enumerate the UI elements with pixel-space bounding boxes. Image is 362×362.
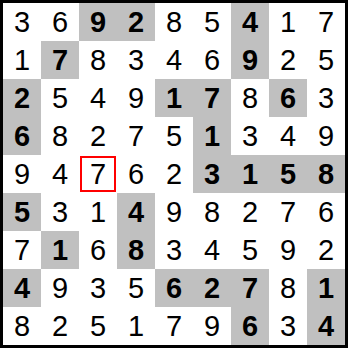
cell-r3c7[interactable]: 8 <box>231 79 270 120</box>
cell-r2c4[interactable]: 3 <box>117 41 156 80</box>
sudoku-board: 3692854171783469252549178636827513499476… <box>0 0 348 348</box>
cell-r5c4[interactable]: 6 <box>117 155 156 194</box>
cell-r6c5[interactable]: 9 <box>155 193 194 234</box>
cell-r9c7-given: 6 <box>231 307 270 345</box>
cell-r3c2[interactable]: 5 <box>41 79 80 120</box>
cell-r4c3[interactable]: 2 <box>79 117 120 156</box>
cell-r3c1-given: 2 <box>3 79 42 120</box>
cell-r4c5[interactable]: 5 <box>155 117 194 156</box>
cell-r9c1[interactable]: 8 <box>3 307 42 345</box>
cell-r3c5-given: 1 <box>155 79 194 120</box>
cell-r8c6-given: 2 <box>193 269 234 308</box>
cell-r6c8[interactable]: 7 <box>269 193 308 234</box>
cell-r3c4[interactable]: 9 <box>117 79 156 120</box>
cell-r4c7[interactable]: 3 <box>231 117 270 156</box>
cell-r9c8[interactable]: 3 <box>269 307 308 345</box>
cell-r6c1-given: 5 <box>3 193 42 234</box>
cell-r6c7[interactable]: 2 <box>231 193 270 234</box>
cell-r3c3[interactable]: 4 <box>79 79 120 120</box>
cell-r7c3[interactable]: 6 <box>79 231 120 270</box>
cell-r3c6-given: 7 <box>193 79 234 120</box>
cell-r2c7-given: 9 <box>231 41 270 80</box>
cell-r1c4-given: 2 <box>117 3 156 42</box>
cell-r1c1[interactable]: 3 <box>3 3 42 42</box>
cell-r7c9[interactable]: 2 <box>307 231 345 270</box>
cell-r9c2[interactable]: 2 <box>41 307 80 345</box>
cell-r6c2[interactable]: 3 <box>41 193 80 234</box>
cell-r8c1-given: 4 <box>3 269 42 308</box>
cell-r6c9[interactable]: 6 <box>307 193 345 234</box>
cell-r5c1[interactable]: 9 <box>3 155 42 194</box>
cell-r5c6-given: 3 <box>193 155 234 194</box>
cell-r1c9[interactable]: 7 <box>307 3 345 42</box>
cell-r4c6-given: 1 <box>193 117 234 156</box>
cell-r6c6[interactable]: 8 <box>193 193 234 234</box>
cell-r7c6[interactable]: 4 <box>193 231 234 270</box>
cell-r2c3[interactable]: 8 <box>79 41 120 80</box>
cell-r7c4-given: 8 <box>117 231 156 270</box>
cell-r9c6[interactable]: 9 <box>193 307 234 345</box>
cell-r6c4-given: 4 <box>117 193 156 234</box>
cell-r3c8-given: 6 <box>269 79 308 120</box>
cell-r9c9-given: 4 <box>307 307 345 345</box>
cell-r4c8[interactable]: 4 <box>269 117 308 156</box>
cell-r9c3[interactable]: 5 <box>79 307 120 345</box>
cell-r7c1[interactable]: 7 <box>3 231 42 270</box>
cell-r1c8[interactable]: 1 <box>269 3 308 42</box>
cell-r4c1-given: 6 <box>3 117 42 156</box>
cell-r1c7-given: 4 <box>231 3 270 42</box>
cell-r9c4[interactable]: 1 <box>117 307 156 345</box>
cell-r3c9[interactable]: 3 <box>307 79 345 120</box>
cell-r4c9[interactable]: 9 <box>307 117 345 156</box>
cell-r1c3-given: 9 <box>79 3 120 42</box>
cell-r5c8-given: 5 <box>269 155 308 194</box>
cell-r5c9-given: 8 <box>307 155 345 194</box>
cell-r4c2[interactable]: 8 <box>41 117 80 156</box>
cell-r8c4[interactable]: 5 <box>117 269 156 308</box>
cell-r7c8[interactable]: 9 <box>269 231 308 270</box>
cell-r9c5[interactable]: 7 <box>155 307 194 345</box>
cell-r2c5[interactable]: 4 <box>155 41 194 80</box>
cell-r8c2[interactable]: 9 <box>41 269 80 308</box>
cell-r5c7-given: 1 <box>231 155 270 194</box>
cell-r8c7-given: 7 <box>231 269 270 308</box>
cell-r2c1[interactable]: 1 <box>3 41 42 80</box>
cell-r4c4[interactable]: 7 <box>117 117 156 156</box>
cell-r1c2[interactable]: 6 <box>41 3 80 42</box>
cell-r5c2[interactable]: 4 <box>41 155 80 194</box>
cell-r5c5[interactable]: 2 <box>155 155 194 194</box>
cell-r1c5[interactable]: 8 <box>155 3 194 42</box>
cell-r2c8[interactable]: 2 <box>269 41 308 80</box>
cell-r8c9-given: 1 <box>307 269 345 308</box>
cell-r8c3[interactable]: 3 <box>79 269 120 308</box>
cell-r8c5-given: 6 <box>155 269 194 308</box>
cell-r7c5[interactable]: 3 <box>155 231 194 270</box>
cell-r2c6[interactable]: 6 <box>193 41 234 80</box>
cell-r5c3-selected[interactable]: 7 <box>79 155 120 194</box>
cell-r2c2-given: 7 <box>41 41 80 80</box>
cell-r6c3[interactable]: 1 <box>79 193 120 234</box>
cell-r7c7[interactable]: 5 <box>231 231 270 270</box>
cell-r1c6[interactable]: 5 <box>193 3 234 42</box>
cell-r8c8[interactable]: 8 <box>269 269 308 308</box>
cell-r2c9[interactable]: 5 <box>307 41 345 80</box>
cell-r7c2-given: 1 <box>41 231 80 270</box>
